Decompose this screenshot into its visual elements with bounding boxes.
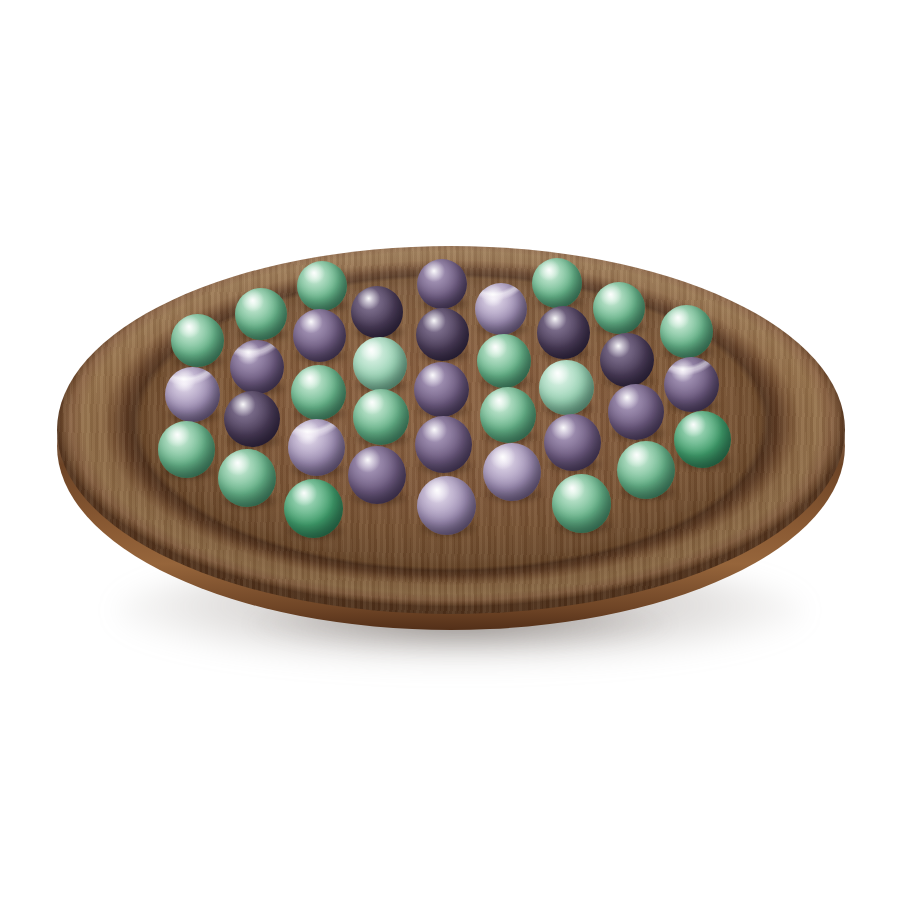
marble-purple[interactable] [224,391,280,447]
marble-green[interactable] [480,387,536,443]
marble-green[interactable] [291,365,346,420]
marble-purple[interactable] [351,286,403,338]
marble-purple[interactable] [537,306,590,359]
marble-purple[interactable] [288,419,345,476]
marble-purple[interactable] [600,333,654,387]
marble-purple[interactable] [415,416,472,473]
marble-green[interactable] [552,474,611,533]
marble-purple[interactable] [664,357,719,412]
marble-purple[interactable] [293,309,346,362]
marble-purple[interactable] [544,414,601,471]
marble-purple[interactable] [475,283,527,335]
marble-purple[interactable] [416,308,469,361]
marble-green[interactable] [660,305,713,358]
marble-purple[interactable] [417,476,476,535]
marble-purple[interactable] [414,362,469,417]
marble-layer [0,0,900,900]
marble-green[interactable] [617,441,675,499]
marble-green[interactable] [235,288,287,340]
marble-green[interactable] [593,282,645,334]
marble-purple[interactable] [483,443,541,501]
marble-green[interactable] [353,337,407,391]
marble-purple[interactable] [165,367,220,422]
marble-green[interactable] [158,421,215,478]
marble-green[interactable] [218,449,276,507]
marble-purple[interactable] [608,384,664,440]
marble-green[interactable] [171,314,224,367]
marble-green[interactable] [297,261,347,311]
product-photo-scene [0,0,900,900]
marble-purple[interactable] [348,446,406,504]
marble-green[interactable] [674,411,731,468]
marble-green[interactable] [477,334,531,388]
marble-green[interactable] [532,258,582,308]
marble-green[interactable] [284,479,343,538]
marble-green[interactable] [539,360,594,415]
marble-purple[interactable] [417,259,467,309]
marble-purple[interactable] [230,340,284,394]
marble-green[interactable] [353,389,409,445]
